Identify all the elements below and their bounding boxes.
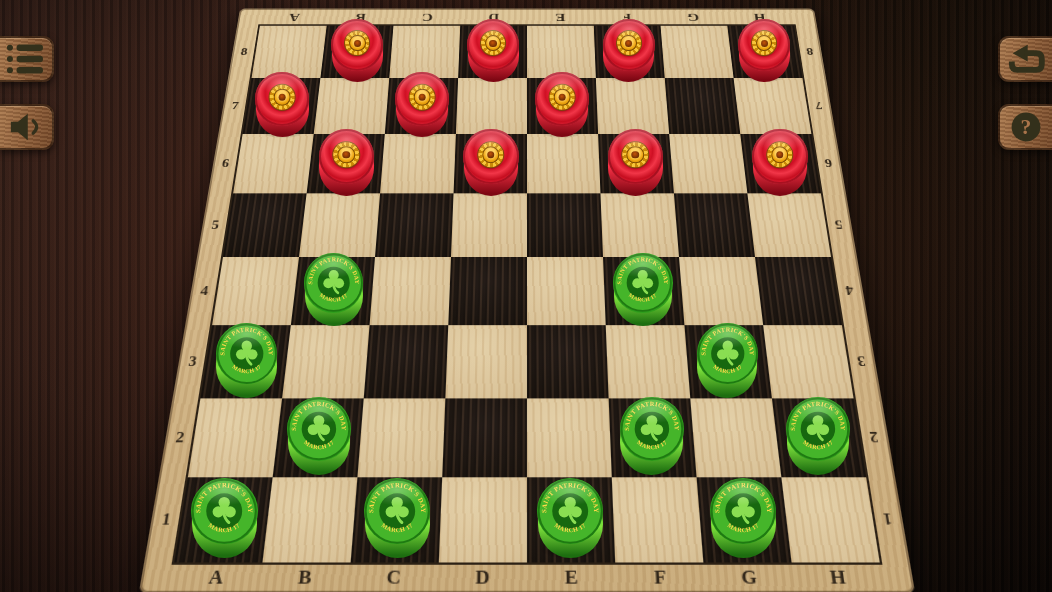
square-c2 [357,398,445,477]
square-f7 [596,78,669,134]
question-mark-icon: ? [1008,109,1044,145]
game-screen: ABCDEFGH ABCDEFGH 87654321 87654321 SAIN… [0,0,1052,592]
piece-green-g3[interactable]: SAINT PATRICK'S DAYMARCH 17 [695,323,759,399]
piece-red-d6[interactable] [462,129,520,197]
svg-text:SAINT PATRICK'S DAY: SAINT PATRICK'S DAY [623,400,681,431]
square-c6 [380,134,456,194]
square-c5[interactable] [375,193,454,257]
piece-green-c1[interactable]: SAINT PATRICK'S DAYMARCH 17 [363,478,432,560]
piece-red-f6[interactable] [607,129,665,197]
piece-red-d8[interactable] [466,19,520,83]
svg-text:MARCH 17: MARCH 17 [303,439,335,450]
square-g6 [669,134,747,194]
square-e8 [527,26,596,78]
svg-text:MARCH 17: MARCH 17 [712,363,743,374]
piece-red-h8[interactable] [737,19,791,83]
square-e6 [527,134,600,194]
square-a5[interactable] [223,193,307,257]
piece-green-b2[interactable]: SAINT PATRICK'S DAYMARCH 17 [286,397,353,476]
piece-green-a1[interactable]: SAINT PATRICK'S DAYMARCH 17 [190,478,259,560]
square-d7 [456,78,527,134]
piece-red-b6[interactable] [318,129,376,197]
square-c4 [370,257,451,325]
piece-green-h2[interactable]: SAINT PATRICK'S DAYMARCH 17 [785,397,852,476]
square-c8 [389,26,460,78]
piece-green-b4[interactable]: SAINT PATRICK'S DAYMARCH 17 [303,253,365,326]
file-labels-bottom: ABCDEFGH [169,562,884,592]
square-b3 [282,325,369,398]
square-d2[interactable] [442,398,527,477]
square-h5 [747,193,831,257]
svg-text:SAINT PATRICK'S DAY: SAINT PATRICK'S DAY [307,257,360,286]
menu-button[interactable] [0,36,54,82]
svg-text:MARCH 17: MARCH 17 [381,521,414,533]
square-g7[interactable] [665,78,741,134]
square-g8 [661,26,734,78]
svg-text:SAINT PATRICK'S DAY: SAINT PATRICK'S DAY [290,400,348,431]
square-g4 [679,257,763,325]
square-c3[interactable] [364,325,449,398]
square-b1 [262,477,357,562]
square-f3 [606,325,691,398]
svg-text:MARCH 17: MARCH 17 [726,521,759,533]
square-f5 [600,193,679,257]
square-b5 [299,193,380,257]
piece-red-c7[interactable] [394,72,450,138]
menu-list-icon [5,42,47,76]
svg-text:MARCH 17: MARCH 17 [319,292,349,303]
svg-text:SAINT PATRICK'S DAY: SAINT PATRICK'S DAY [700,326,754,355]
piece-red-e7[interactable] [534,72,590,138]
svg-text:SAINT PATRICK'S DAY: SAINT PATRICK'S DAY [367,481,427,513]
piece-green-a3[interactable]: SAINT PATRICK'S DAYMARCH 17 [214,323,278,399]
square-g5[interactable] [674,193,755,257]
help-button[interactable]: ? [998,104,1052,150]
piece-green-e1[interactable]: SAINT PATRICK'S DAYMARCH 17 [536,478,605,560]
svg-text:SAINT PATRICK'S DAY: SAINT PATRICK'S DAY [617,257,670,286]
file-label-bottom-D: D [438,562,527,592]
square-h3 [763,325,853,398]
square-d5 [451,193,527,257]
svg-text:SAINT PATRICK'S DAY: SAINT PATRICK'S DAY [194,481,254,513]
svg-text:MARCH 17: MARCH 17 [628,292,658,303]
speaker-icon [8,111,44,143]
question-glyph: ? [1021,115,1032,139]
square-a4 [212,257,299,325]
svg-text:SAINT PATRICK'S DAY: SAINT PATRICK'S DAY [219,326,273,355]
file-label-bottom-B: B [259,562,351,592]
square-e2 [527,398,612,477]
svg-text:SAINT PATRICK'S DAY: SAINT PATRICK'S DAY [540,481,600,513]
svg-text:SAINT PATRICK'S DAY: SAINT PATRICK'S DAY [789,400,847,431]
square-e4 [527,257,606,325]
square-g2 [690,398,781,477]
file-label-top-E: E [527,8,594,25]
square-h1 [781,477,879,562]
piece-red-h6[interactable] [751,129,809,197]
undo-arrow-icon [1006,41,1046,77]
file-label-bottom-C: C [348,562,439,592]
svg-text:MARCH 17: MARCH 17 [636,439,668,450]
file-label-bottom-E: E [527,562,616,592]
file-label-bottom-G: G [703,562,795,592]
svg-text:MARCH 17: MARCH 17 [231,363,262,374]
piece-red-f8[interactable] [602,19,656,83]
file-label-top-A: A [260,8,329,25]
square-d1 [439,477,527,562]
file-label-top-C: C [393,8,460,25]
svg-text:MARCH 17: MARCH 17 [553,521,586,533]
square-a6 [233,134,314,194]
square-d3 [445,325,527,398]
svg-text:MARCH 17: MARCH 17 [802,439,834,450]
file-label-bottom-F: F [615,562,706,592]
square-d4[interactable] [448,257,527,325]
square-e5[interactable] [527,193,603,257]
svg-text:MARCH 17: MARCH 17 [208,521,241,533]
piece-green-f2[interactable]: SAINT PATRICK'S DAYMARCH 17 [619,397,686,476]
file-label-top-G: G [659,8,727,25]
piece-red-a7[interactable] [254,72,310,138]
square-b7 [314,78,390,134]
square-h4[interactable] [755,257,842,325]
square-f1 [612,477,704,562]
square-h7 [734,78,812,134]
file-label-bottom-H: H [792,562,885,592]
piece-green-g1[interactable]: SAINT PATRICK'S DAYMARCH 17 [709,478,778,560]
piece-green-f4[interactable]: SAINT PATRICK'S DAYMARCH 17 [612,253,674,326]
square-a8 [252,26,327,78]
file-label-bottom-A: A [169,562,262,592]
square-e3[interactable] [527,325,609,398]
square-a2 [188,398,282,477]
svg-text:SAINT PATRICK'S DAY: SAINT PATRICK'S DAY [713,481,773,513]
sound-button[interactable] [0,104,54,150]
piece-red-b8[interactable] [330,19,384,83]
undo-button[interactable] [998,36,1052,82]
